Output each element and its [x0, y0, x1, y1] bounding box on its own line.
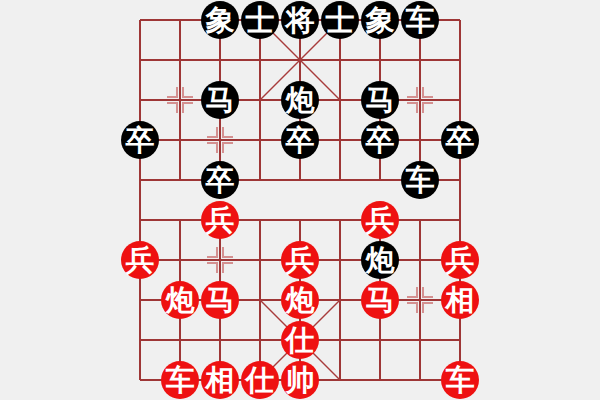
piece-black-soldier[interactable]: 卒 [361, 121, 399, 159]
piece-red-horse[interactable]: 马 [201, 281, 239, 319]
marker-corner [207, 127, 218, 138]
piece-black-soldier[interactable]: 卒 [121, 121, 159, 159]
piece-red-soldier[interactable]: 兵 [201, 201, 239, 239]
piece-red-horse[interactable]: 马 [361, 281, 399, 319]
piece-black-horse[interactable]: 马 [201, 81, 239, 119]
marker-corner [422, 87, 433, 98]
marker-corner [407, 102, 418, 113]
marker-corner [182, 87, 193, 98]
piece-red-advisor[interactable]: 仕 [281, 321, 319, 359]
piece-red-soldier[interactable]: 兵 [441, 241, 479, 279]
piece-black-advisor[interactable]: 士 [241, 1, 279, 39]
piece-red-cannon[interactable]: 炮 [161, 281, 199, 319]
piece-black-chariot[interactable]: 车 [401, 161, 439, 199]
start-point-marker [207, 247, 233, 273]
marker-corner [167, 87, 178, 98]
piece-red-general[interactable]: 帅 [281, 361, 319, 399]
piece-red-soldier[interactable]: 兵 [281, 241, 319, 279]
start-point-marker [407, 287, 433, 313]
marker-corner [207, 247, 218, 258]
piece-red-elephant[interactable]: 相 [441, 281, 479, 319]
piece-black-general[interactable]: 将 [281, 1, 319, 39]
marker-corner [167, 102, 178, 113]
start-point-marker [207, 127, 233, 153]
piece-red-advisor[interactable]: 仕 [241, 361, 279, 399]
marker-corner [407, 287, 418, 298]
piece-red-elephant[interactable]: 相 [201, 361, 239, 399]
marker-corner [422, 102, 433, 113]
piece-black-elephant[interactable]: 象 [361, 1, 399, 39]
piece-black-cannon[interactable]: 炮 [361, 241, 399, 279]
marker-corner [422, 287, 433, 298]
piece-red-cannon[interactable]: 炮 [281, 281, 319, 319]
marker-corner [222, 127, 233, 138]
marker-corner [182, 102, 193, 113]
start-point-marker [407, 87, 433, 113]
marker-corner [407, 302, 418, 313]
piece-black-chariot[interactable]: 车 [401, 1, 439, 39]
marker-corner [422, 302, 433, 313]
piece-black-elephant[interactable]: 象 [201, 1, 239, 39]
start-point-marker [167, 87, 193, 113]
piece-black-horse[interactable]: 马 [361, 81, 399, 119]
piece-black-soldier[interactable]: 卒 [201, 161, 239, 199]
piece-red-soldier[interactable]: 兵 [121, 241, 159, 279]
piece-black-soldier[interactable]: 卒 [441, 121, 479, 159]
piece-black-advisor[interactable]: 士 [321, 1, 359, 39]
marker-corner [222, 262, 233, 273]
piece-red-soldier[interactable]: 兵 [361, 201, 399, 239]
piece-black-soldier[interactable]: 卒 [281, 121, 319, 159]
xiangqi-board: 象士将士象车马炮马卒卒卒卒卒车兵兵兵兵炮兵炮马炮马相仕车相仕帅车 [0, 0, 600, 400]
piece-red-chariot[interactable]: 车 [161, 361, 199, 399]
piece-black-cannon[interactable]: 炮 [281, 81, 319, 119]
piece-red-chariot[interactable]: 车 [441, 361, 479, 399]
marker-corner [222, 142, 233, 153]
marker-corner [407, 87, 418, 98]
marker-corner [222, 247, 233, 258]
marker-corner [207, 142, 218, 153]
marker-corner [207, 262, 218, 273]
